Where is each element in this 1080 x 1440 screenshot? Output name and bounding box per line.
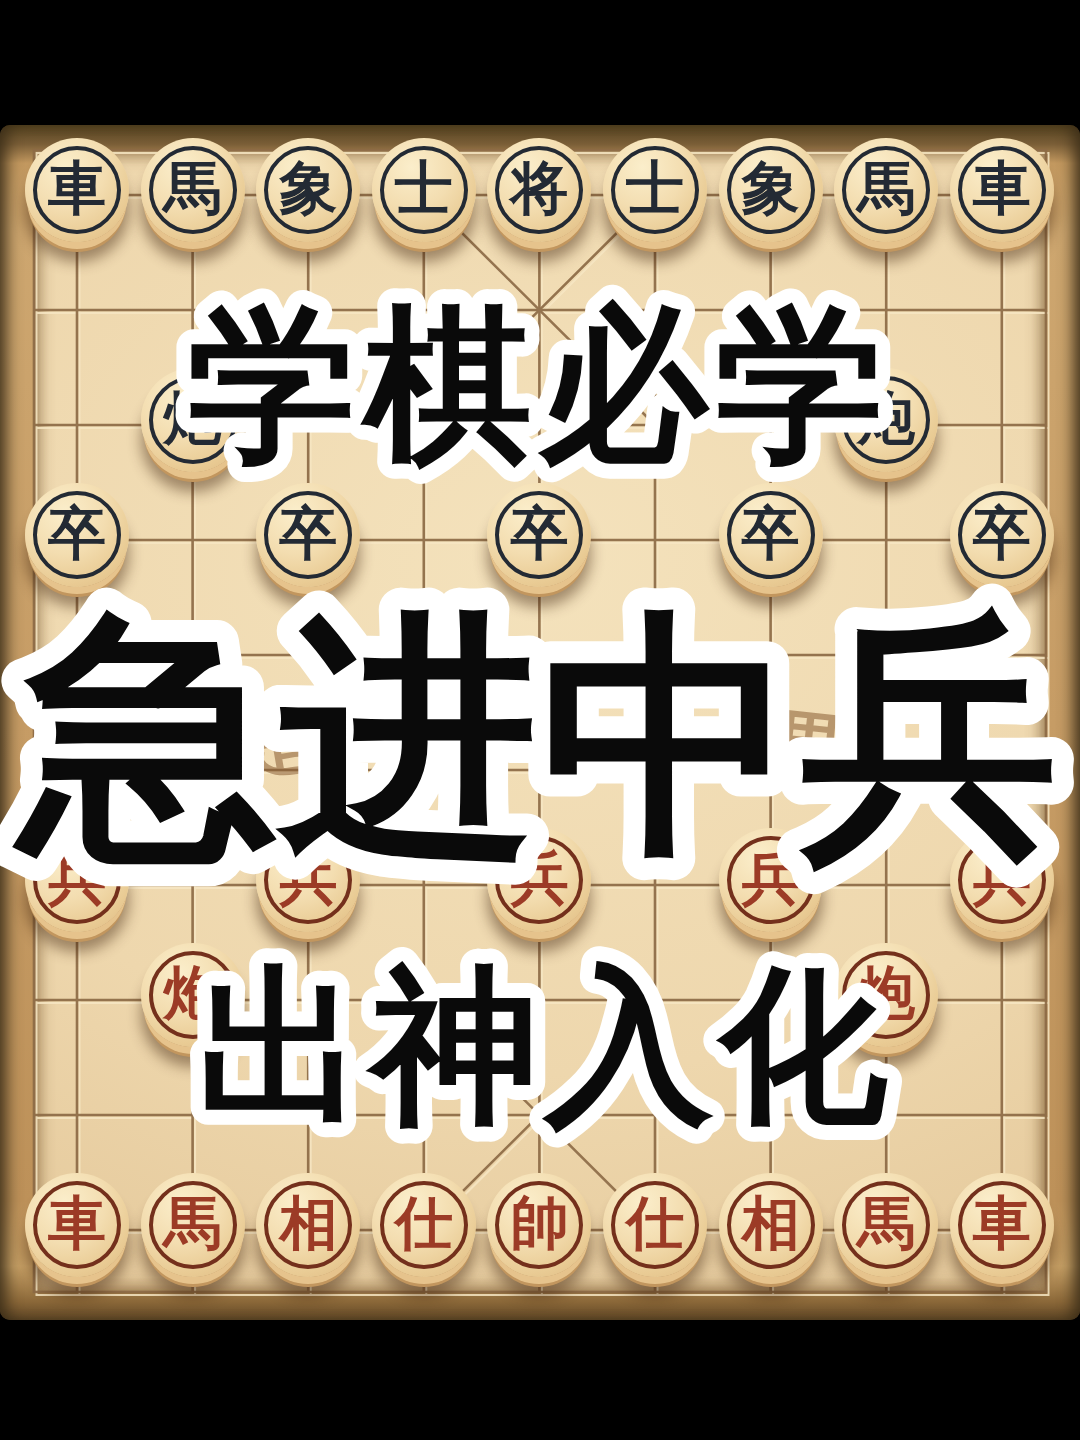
letterbox-top — [0, 0, 1080, 125]
caption-bottom: 出神入化 — [197, 954, 893, 1140]
letterbox-bottom — [0, 1320, 1080, 1440]
xiangqi-screenshot: 楚 界 車馬象士将士象馬車炮炮卒卒卒卒卒兵兵兵兵兵炮炮車馬相仕帥仕相馬車 学棋必… — [0, 0, 1080, 1440]
caption-layer: 学棋必学 急进中兵 出神入化 — [0, 0, 1080, 1440]
caption-main: 急进中兵 — [12, 596, 1060, 882]
caption-top: 学棋必学 — [188, 293, 892, 479]
